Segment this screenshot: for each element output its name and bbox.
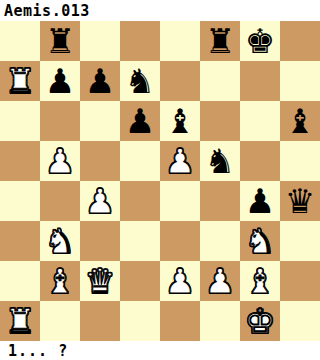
piece-white-queen: ♛ [85,261,115,301]
piece-white-knight: ♞ [45,221,75,261]
square-f4[interactable] [200,181,240,221]
piece-white-pawn: ♟ [165,141,195,181]
square-g4[interactable]: ♟ [240,181,280,221]
square-e1[interactable] [160,301,200,341]
square-a2[interactable] [0,261,40,301]
piece-black-pawn: ♟ [85,61,115,101]
piece-white-pawn: ♟ [205,261,235,301]
square-d6[interactable]: ♟ [120,101,160,141]
square-g1[interactable]: ♚ [240,301,280,341]
square-f1[interactable] [200,301,240,341]
piece-white-pawn: ♟ [165,261,195,301]
square-d2[interactable] [120,261,160,301]
piece-black-pawn: ♟ [125,101,155,141]
square-c6[interactable] [80,101,120,141]
square-d3[interactable] [120,221,160,261]
square-c5[interactable] [80,141,120,181]
square-h1[interactable] [280,301,320,341]
square-a5[interactable] [0,141,40,181]
square-h5[interactable] [280,141,320,181]
square-a4[interactable] [0,181,40,221]
square-g6[interactable] [240,101,280,141]
square-c1[interactable] [80,301,120,341]
square-g8[interactable]: ♚ [240,21,280,61]
square-e2[interactable]: ♟ [160,261,200,301]
square-e3[interactable] [160,221,200,261]
square-g7[interactable] [240,61,280,101]
square-b1[interactable] [40,301,80,341]
square-b8[interactable]: ♜ [40,21,80,61]
piece-black-king: ♚ [245,21,275,61]
piece-white-bishop: ♝ [45,261,75,301]
square-a8[interactable] [0,21,40,61]
piece-black-knight: ♞ [125,61,155,101]
square-b4[interactable] [40,181,80,221]
square-d8[interactable] [120,21,160,61]
square-f2[interactable]: ♟ [200,261,240,301]
square-e7[interactable] [160,61,200,101]
square-f5[interactable]: ♞ [200,141,240,181]
square-d7[interactable]: ♞ [120,61,160,101]
square-g5[interactable] [240,141,280,181]
square-b3[interactable]: ♞ [40,221,80,261]
square-e4[interactable] [160,181,200,221]
square-h4[interactable]: ♛ [280,181,320,221]
square-h2[interactable] [280,261,320,301]
square-a7[interactable]: ♜ [0,61,40,101]
square-b2[interactable]: ♝ [40,261,80,301]
square-e6[interactable]: ♝ [160,101,200,141]
square-c4[interactable]: ♟ [80,181,120,221]
piece-black-queen: ♛ [285,181,315,221]
square-d5[interactable] [120,141,160,181]
square-f6[interactable] [200,101,240,141]
square-c3[interactable] [80,221,120,261]
piece-black-knight: ♞ [205,141,235,181]
square-h7[interactable] [280,61,320,101]
puzzle-title: Aemis.013 [4,2,90,20]
piece-black-bishop: ♝ [285,101,315,141]
square-e8[interactable] [160,21,200,61]
piece-white-king: ♚ [245,301,275,341]
square-h3[interactable] [280,221,320,261]
piece-black-pawn: ♟ [245,181,275,221]
piece-white-bishop: ♝ [245,261,275,301]
square-f7[interactable] [200,61,240,101]
square-d4[interactable] [120,181,160,221]
square-e5[interactable]: ♟ [160,141,200,181]
piece-black-pawn: ♟ [45,61,75,101]
square-c7[interactable]: ♟ [80,61,120,101]
square-a1[interactable]: ♜ [0,301,40,341]
square-f3[interactable] [200,221,240,261]
piece-black-bishop: ♝ [165,101,195,141]
piece-black-rook: ♜ [45,21,75,61]
square-h6[interactable]: ♝ [280,101,320,141]
square-c2[interactable]: ♛ [80,261,120,301]
square-b7[interactable]: ♟ [40,61,80,101]
square-d1[interactable] [120,301,160,341]
piece-white-knight: ♞ [245,221,275,261]
piece-white-pawn: ♟ [45,141,75,181]
caption-bar: 1... ? [0,341,320,360]
chess-board: ♜♜♚♜♟♟♞♟♝♝♟♟♞♟♟♛♞♞♝♛♟♟♝♜♚ [0,21,320,341]
square-f8[interactable]: ♜ [200,21,240,61]
square-g2[interactable]: ♝ [240,261,280,301]
square-g3[interactable]: ♞ [240,221,280,261]
square-b5[interactable]: ♟ [40,141,80,181]
piece-black-rook: ♜ [205,21,235,61]
piece-white-rook: ♜ [5,301,35,341]
square-a3[interactable] [0,221,40,261]
square-c8[interactable] [80,21,120,61]
piece-white-pawn: ♟ [85,181,115,221]
piece-white-rook: ♜ [5,61,35,101]
move-prompt: 1... ? [8,342,68,360]
square-a6[interactable] [0,101,40,141]
square-b6[interactable] [40,101,80,141]
title-bar: Aemis.013 [0,0,320,21]
square-h8[interactable] [280,21,320,61]
